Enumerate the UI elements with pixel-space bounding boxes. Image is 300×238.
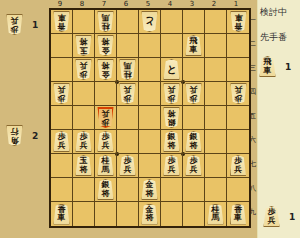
square-1i[interactable]: 香車 [227, 202, 249, 226]
hand-count: 1 [289, 212, 295, 222]
analysis-status-label: 検討中 [260, 6, 287, 19]
piece-歩兵-gote[interactable]: 歩兵 [53, 83, 70, 104]
turn-indicator-label: 先手番 [260, 31, 287, 44]
square-3b[interactable]: 飛車 [183, 34, 205, 58]
square-6g[interactable]: 歩兵 [117, 154, 139, 178]
piece-歩兵-gote[interactable]: 歩兵 [163, 83, 180, 104]
piece-歩兵-sente[interactable]: 歩兵 [97, 131, 114, 152]
square-5i[interactable]: 金将 [139, 202, 161, 226]
square-3c[interactable] [183, 58, 205, 82]
square-7g[interactable]: 桂馬 [95, 154, 117, 178]
square-9d[interactable]: 歩兵 [51, 82, 73, 106]
square-9g[interactable] [51, 154, 73, 178]
gote-hand-pawn[interactable]: 歩兵1 [6, 14, 38, 35]
piece-香車-gote[interactable]: 香車 [53, 11, 70, 32]
square-1a[interactable]: 香車 [227, 10, 249, 34]
square-1h[interactable] [227, 178, 249, 202]
square-4c[interactable]: と [161, 58, 183, 82]
square-1b[interactable] [227, 34, 249, 58]
square-7f[interactable]: 歩兵 [95, 130, 117, 154]
square-5a[interactable]: と [139, 10, 161, 34]
piece-歩兵-sente[interactable]: 歩兵 [163, 155, 180, 176]
piece-桂馬-gote[interactable]: 桂馬 [119, 59, 136, 80]
piece-銀将-sente[interactable]: 銀将 [163, 131, 180, 152]
piece-歩兵-sente[interactable]: 歩兵 [119, 155, 136, 176]
hand-count: 1 [32, 20, 38, 30]
square-2f[interactable] [205, 130, 227, 154]
file-label-9: 9 [49, 0, 71, 8]
square-1f[interactable] [227, 130, 249, 154]
square-6d[interactable]: 歩兵 [117, 82, 139, 106]
piece-金将-gote[interactable]: 金将 [97, 59, 114, 80]
square-5h[interactable]: 金将 [139, 178, 161, 202]
square-5e[interactable] [139, 106, 161, 130]
square-7b[interactable]: 金将 [95, 34, 117, 58]
file-label-8: 8 [71, 0, 93, 8]
file-label-4: 4 [159, 0, 181, 8]
piece-金将-gote[interactable]: 金将 [97, 35, 114, 56]
square-3g[interactable]: 歩兵 [183, 154, 205, 178]
square-2h[interactable] [205, 178, 227, 202]
square-3h[interactable] [183, 178, 205, 202]
piece-飛車-sente[interactable]: 飛車 [185, 35, 202, 56]
square-1c[interactable] [227, 58, 249, 82]
square-8i[interactable] [73, 202, 95, 226]
file-label-2: 2 [203, 0, 225, 8]
shogi-board: 香車桂馬と香車玉将金将飛車歩兵金将桂馬と歩兵歩兵歩兵歩兵歩兵歩兵銀将歩兵歩兵歩兵… [49, 8, 251, 228]
square-5f[interactable] [139, 130, 161, 154]
square-4d[interactable]: 歩兵 [161, 82, 183, 106]
square-1g[interactable]: 歩兵 [227, 154, 249, 178]
piece-歩兵-gote[interactable]: 歩兵 [185, 83, 202, 104]
piece-銀将-sente[interactable]: 銀将 [97, 179, 114, 200]
piece-桂馬-sente[interactable]: 桂馬 [97, 155, 114, 176]
square-8a[interactable] [73, 10, 95, 34]
square-8f[interactable]: 歩兵 [73, 130, 95, 154]
hand-count: 1 [285, 62, 291, 72]
square-4a[interactable] [161, 10, 183, 34]
piece-桂馬-sente[interactable]: 桂馬 [207, 204, 224, 225]
square-2i[interactable]: 桂馬 [205, 202, 227, 226]
info-panel: 検討中 先手番 [257, 0, 300, 238]
square-8e[interactable] [73, 106, 95, 130]
sente-hand-pawn[interactable]: 歩兵1 [263, 206, 295, 227]
piece-香車-sente[interactable]: 香車 [230, 204, 247, 225]
square-8c[interactable]: 歩兵 [73, 58, 95, 82]
square-9f[interactable]: 歩兵 [51, 130, 73, 154]
piece-金将-sente[interactable]: 金将 [141, 204, 158, 225]
piece-歩兵-sente[interactable]: 歩兵 [75, 131, 92, 152]
square-6e[interactable] [117, 106, 139, 130]
square-2e[interactable] [205, 106, 227, 130]
piece-銀将-sente[interactable]: 銀将 [185, 131, 202, 152]
file-label-3: 3 [181, 0, 203, 8]
square-3f[interactable]: 銀将 [183, 130, 205, 154]
square-4g[interactable]: 歩兵 [161, 154, 183, 178]
square-6i[interactable] [117, 202, 139, 226]
square-6h[interactable] [117, 178, 139, 202]
piece-桂馬-gote[interactable]: 桂馬 [97, 11, 114, 32]
square-7e[interactable]: 歩兵 [95, 106, 117, 130]
square-1e[interactable] [227, 106, 249, 130]
piece-玉将-sente[interactable]: 玉将 [75, 155, 92, 176]
square-4i[interactable] [161, 202, 183, 226]
file-label-6: 6 [115, 0, 137, 8]
piece-歩兵-gote[interactable]: 歩兵 [119, 83, 136, 104]
piece-歩兵-gote[interactable]: 歩兵 [75, 59, 92, 80]
square-3e[interactable] [183, 106, 205, 130]
square-3d[interactable]: 歩兵 [183, 82, 205, 106]
square-9i[interactable]: 香車 [51, 202, 73, 226]
piece-香車-gote[interactable]: 香車 [230, 11, 247, 32]
square-7d[interactable] [95, 82, 117, 106]
square-7i[interactable] [95, 202, 117, 226]
hand-count: 2 [32, 131, 38, 141]
piece-歩兵-sente[interactable]: 歩兵 [230, 155, 247, 176]
square-3a[interactable] [183, 10, 205, 34]
square-5c[interactable] [139, 58, 161, 82]
piece-歩兵-gote[interactable]: 歩兵 [230, 83, 247, 104]
piece-歩兵-gote[interactable]: 歩兵 [6, 14, 23, 35]
square-9a[interactable]: 香車 [51, 10, 73, 34]
square-4h[interactable] [161, 178, 183, 202]
square-3i[interactable] [183, 202, 205, 226]
square-6b[interactable] [117, 34, 139, 58]
square-7c[interactable]: 金将 [95, 58, 117, 82]
square-4e[interactable]: 銀将 [161, 106, 183, 130]
piece-と-gote[interactable]: と [141, 11, 158, 32]
square-5d[interactable] [139, 82, 161, 106]
piece-香車-sente[interactable]: 香車 [53, 204, 70, 225]
piece-歩兵-sente[interactable]: 歩兵 [185, 155, 202, 176]
piece-玉将-gote[interactable]: 玉将 [75, 35, 92, 56]
square-6a[interactable] [117, 10, 139, 34]
square-4b[interactable] [161, 34, 183, 58]
piece-金将-sente[interactable]: 金将 [141, 179, 158, 200]
square-2c[interactable] [205, 58, 227, 82]
square-8h[interactable] [73, 178, 95, 202]
square-8g[interactable]: 玉将 [73, 154, 95, 178]
piece-飛車-sente[interactable]: 飛車 [259, 56, 276, 77]
square-8d[interactable] [73, 82, 95, 106]
gote-hand-bishop[interactable]: 角行2 [6, 125, 38, 146]
square-9h[interactable] [51, 178, 73, 202]
square-2g[interactable] [205, 154, 227, 178]
square-5b[interactable] [139, 34, 161, 58]
square-6c[interactable]: 桂馬 [117, 58, 139, 82]
square-6f[interactable] [117, 130, 139, 154]
square-2a[interactable] [205, 10, 227, 34]
square-9e[interactable] [51, 106, 73, 130]
piece-角行-gote[interactable]: 角行 [6, 125, 23, 146]
file-label-1: 1 [225, 0, 247, 8]
piece-銀将-gote[interactable]: 銀将 [163, 107, 180, 128]
sente-hand-rook[interactable]: 飛車1 [259, 56, 291, 77]
square-2b[interactable] [205, 34, 227, 58]
square-9b[interactable] [51, 34, 73, 58]
square-2d[interactable] [205, 82, 227, 106]
piece-歩兵-gote[interactable]: 歩兵 [97, 107, 114, 128]
square-4f[interactable]: 銀将 [161, 130, 183, 154]
piece-歩兵-sente[interactable]: 歩兵 [53, 131, 70, 152]
file-label-7: 7 [93, 0, 115, 8]
piece-と-sente[interactable]: と [163, 59, 180, 80]
file-label-5: 5 [137, 0, 159, 8]
square-7a[interactable]: 桂馬 [95, 10, 117, 34]
square-9c[interactable] [51, 58, 73, 82]
square-5g[interactable] [139, 154, 161, 178]
square-1d[interactable]: 歩兵 [227, 82, 249, 106]
square-8b[interactable]: 玉将 [73, 34, 95, 58]
square-7h[interactable]: 銀将 [95, 178, 117, 202]
piece-歩兵-sente[interactable]: 歩兵 [263, 206, 280, 227]
